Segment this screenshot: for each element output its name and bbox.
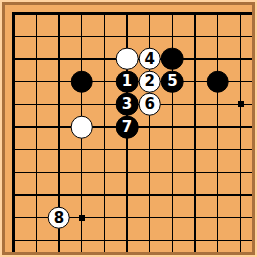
grid-line-horizontal [12,36,257,37]
white-stone-move-4: 4 [138,48,161,71]
grid-line-horizontal [12,12,257,14]
move-number: 5 [167,74,177,89]
black-stone-move-3: 3 [116,93,139,116]
move-number: 4 [144,51,154,66]
go-board[interactable]: 41253678 [0,0,257,257]
grid-line-horizontal [12,194,257,195]
black-stone [207,70,230,93]
square-point-mark [79,215,85,221]
move-number: 8 [54,210,64,225]
black-stone [70,70,93,93]
grid-line-horizontal [12,149,257,150]
grid-line-vertical [104,12,105,257]
grid-line-horizontal [12,172,257,173]
black-stone-move-5: 5 [161,70,184,93]
black-stone-move-1: 1 [116,70,139,93]
grid-line-vertical [240,12,241,257]
move-number: 2 [144,74,154,89]
move-number: 6 [144,97,154,112]
grid-line-vertical [217,12,218,257]
grid-line-horizontal [12,240,257,241]
white-stone-move-6: 6 [138,93,161,116]
move-number: 7 [122,120,132,135]
white-stone [70,116,93,139]
white-stone [116,48,139,71]
black-stone [161,48,184,71]
black-stone-move-7: 7 [116,116,139,139]
white-stone-move-2: 2 [138,70,161,93]
square-point-mark [238,101,244,107]
grid-line-vertical [194,12,195,257]
white-stone-move-8: 8 [48,207,71,230]
move-number: 3 [122,97,132,112]
grid-line-vertical [36,12,37,257]
grid-line-vertical [12,12,14,257]
move-number: 1 [122,74,132,89]
